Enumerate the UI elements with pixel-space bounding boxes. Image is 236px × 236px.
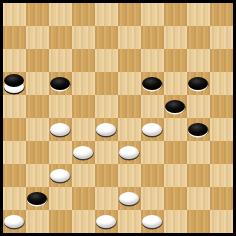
square-46[interactable] (3, 210, 26, 233)
square-27[interactable] (49, 118, 72, 141)
square-1[interactable] (26, 3, 49, 26)
light-square-r9c3 (72, 210, 95, 233)
square-37[interactable] (49, 164, 72, 187)
square-24[interactable] (164, 95, 187, 118)
square-8[interactable] (95, 26, 118, 49)
light-square-r5c3 (72, 118, 95, 141)
square-38[interactable] (95, 164, 118, 187)
square-39[interactable] (141, 164, 164, 187)
light-square-r1c5 (118, 26, 141, 49)
light-square-r6c6 (141, 141, 164, 164)
black-man[interactable] (188, 123, 208, 136)
square-3[interactable] (118, 3, 141, 26)
light-square-r1c7 (164, 26, 187, 49)
light-square-r2c8 (187, 49, 210, 72)
square-48[interactable] (95, 210, 118, 233)
square-14[interactable] (164, 49, 187, 72)
square-25[interactable] (210, 95, 233, 118)
white-man[interactable] (50, 169, 70, 182)
white-man[interactable] (50, 123, 70, 136)
light-square-r2c0 (3, 49, 26, 72)
square-49[interactable] (141, 210, 164, 233)
light-square-r8c6 (141, 187, 164, 210)
square-41[interactable] (26, 187, 49, 210)
light-square-r3c5 (118, 72, 141, 95)
light-square-r1c9 (210, 26, 233, 49)
black-man[interactable] (142, 77, 162, 90)
square-17[interactable] (49, 72, 72, 95)
square-6[interactable] (3, 26, 26, 49)
light-square-r8c2 (49, 187, 72, 210)
light-square-r9c7 (164, 210, 187, 233)
light-square-r3c3 (72, 72, 95, 95)
square-22[interactable] (72, 95, 95, 118)
light-square-r7c3 (72, 164, 95, 187)
square-45[interactable] (210, 187, 233, 210)
light-square-r5c9 (210, 118, 233, 141)
light-square-r4c8 (187, 95, 210, 118)
square-16[interactable] (3, 72, 26, 95)
light-square-r1c1 (26, 26, 49, 49)
light-square-r4c2 (49, 95, 72, 118)
light-square-r6c2 (49, 141, 72, 164)
light-square-r0c4 (95, 3, 118, 26)
square-32[interactable] (72, 141, 95, 164)
square-30[interactable] (187, 118, 210, 141)
square-36[interactable] (3, 164, 26, 187)
square-2[interactable] (72, 3, 95, 26)
square-35[interactable] (210, 141, 233, 164)
square-13[interactable] (118, 49, 141, 72)
square-26[interactable] (3, 118, 26, 141)
white-man[interactable] (119, 146, 139, 159)
light-square-r5c1 (26, 118, 49, 141)
light-square-r7c5 (118, 164, 141, 187)
black-man[interactable] (165, 100, 185, 113)
square-15[interactable] (210, 49, 233, 72)
white-man[interactable] (96, 123, 116, 136)
square-28[interactable] (95, 118, 118, 141)
light-square-r5c7 (164, 118, 187, 141)
light-square-r0c2 (49, 3, 72, 26)
light-square-r4c6 (141, 95, 164, 118)
square-44[interactable] (164, 187, 187, 210)
square-21[interactable] (26, 95, 49, 118)
square-19[interactable] (141, 72, 164, 95)
square-50[interactable] (187, 210, 210, 233)
square-20[interactable] (187, 72, 210, 95)
square-5[interactable] (210, 3, 233, 26)
square-18[interactable] (95, 72, 118, 95)
light-square-r9c5 (118, 210, 141, 233)
white-man[interactable] (142, 123, 162, 136)
square-4[interactable] (164, 3, 187, 26)
black-man[interactable] (27, 192, 47, 205)
square-7[interactable] (49, 26, 72, 49)
light-square-r3c1 (26, 72, 49, 95)
square-33[interactable] (118, 141, 141, 164)
light-square-r4c4 (95, 95, 118, 118)
black-king[interactable] (4, 74, 24, 87)
light-square-r7c9 (210, 164, 233, 187)
square-23[interactable] (118, 95, 141, 118)
white-man[interactable] (119, 192, 139, 205)
light-square-r6c0 (3, 141, 26, 164)
square-40[interactable] (187, 164, 210, 187)
light-square-r7c7 (164, 164, 187, 187)
white-man[interactable] (73, 146, 93, 159)
light-square-r2c6 (141, 49, 164, 72)
white-man[interactable] (96, 215, 116, 228)
light-square-r8c8 (187, 187, 210, 210)
light-square-r1c3 (72, 26, 95, 49)
black-man[interactable] (188, 77, 208, 90)
light-square-r3c9 (210, 72, 233, 95)
board-grid (3, 3, 233, 233)
white-man[interactable] (4, 215, 24, 228)
light-square-r3c7 (164, 72, 187, 95)
square-12[interactable] (72, 49, 95, 72)
light-square-r4c0 (3, 95, 26, 118)
draughts-board (0, 0, 236, 236)
square-10[interactable] (187, 26, 210, 49)
light-square-r2c2 (49, 49, 72, 72)
light-square-r9c1 (26, 210, 49, 233)
light-square-r2c4 (95, 49, 118, 72)
light-square-r0c8 (187, 3, 210, 26)
light-square-r7c1 (26, 164, 49, 187)
square-47[interactable] (49, 210, 72, 233)
light-square-r6c4 (95, 141, 118, 164)
light-square-r9c9 (210, 210, 233, 233)
square-43[interactable] (118, 187, 141, 210)
square-11[interactable] (26, 49, 49, 72)
light-square-r8c4 (95, 187, 118, 210)
light-square-r6c8 (187, 141, 210, 164)
square-29[interactable] (141, 118, 164, 141)
light-square-r8c0 (3, 187, 26, 210)
light-square-r5c5 (118, 118, 141, 141)
square-31[interactable] (26, 141, 49, 164)
light-square-r0c6 (141, 3, 164, 26)
white-man[interactable] (142, 215, 162, 228)
square-42[interactable] (72, 187, 95, 210)
square-9[interactable] (141, 26, 164, 49)
light-square-r0c0 (3, 3, 26, 26)
square-34[interactable] (164, 141, 187, 164)
black-man[interactable] (50, 77, 70, 90)
